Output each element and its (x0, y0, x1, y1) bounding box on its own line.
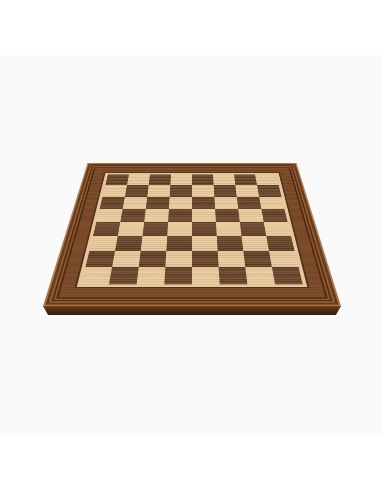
square-r4c4 (168, 209, 192, 222)
square-r2c2 (125, 185, 149, 196)
square-r6c6 (217, 236, 244, 251)
square-r1c4 (170, 175, 192, 186)
chess-board (43, 163, 341, 306)
square-r5c7 (240, 222, 266, 236)
square-r7c2 (112, 251, 141, 267)
square-r6c3 (141, 236, 168, 251)
square-r4c3 (144, 209, 169, 222)
square-r6c5 (192, 236, 218, 251)
square-r2c5 (192, 185, 214, 196)
square-r7c7 (243, 251, 272, 267)
square-r6c8 (266, 236, 294, 251)
square-r7c6 (218, 251, 246, 267)
square-r5c1 (93, 222, 120, 236)
square-r2c7 (235, 185, 259, 196)
square-r2c4 (170, 185, 192, 196)
square-r6c4 (166, 236, 192, 251)
square-r3c6 (214, 197, 238, 209)
square-r4c2 (120, 209, 145, 222)
square-r5c4 (167, 222, 192, 236)
square-r1c5 (192, 175, 214, 186)
square-r7c1 (85, 251, 115, 267)
square-r4c6 (215, 209, 240, 222)
square-r4c1 (96, 209, 122, 222)
square-r6c1 (89, 236, 117, 251)
square-r2c1 (103, 185, 127, 196)
board-side-edge (43, 306, 341, 315)
square-r2c8 (257, 185, 281, 196)
square-r8c5 (192, 267, 220, 284)
square-r3c1 (100, 197, 125, 209)
square-r5c5 (192, 222, 217, 236)
square-r4c8 (261, 209, 287, 222)
square-r3c3 (146, 197, 170, 209)
square-r1c2 (127, 175, 150, 186)
square-r1c8 (255, 175, 279, 186)
square-r7c3 (139, 251, 167, 267)
square-r1c3 (149, 175, 171, 186)
square-r5c8 (264, 222, 291, 236)
square-r6c7 (241, 236, 268, 251)
square-r1c1 (105, 175, 129, 186)
square-r7c4 (165, 251, 192, 267)
square-r1c6 (213, 175, 235, 186)
square-r5c6 (216, 222, 242, 236)
square-r8c4 (164, 267, 192, 284)
square-r5c3 (143, 222, 169, 236)
square-r2c6 (214, 185, 237, 196)
board-field (75, 172, 310, 288)
square-r3c2 (123, 197, 148, 209)
square-r8c1 (81, 267, 112, 284)
square-r3c4 (169, 197, 192, 209)
square-r4c7 (238, 209, 263, 222)
square-r3c7 (237, 197, 262, 209)
square-r7c5 (192, 251, 219, 267)
square-r6c2 (115, 236, 142, 251)
square-r8c6 (219, 267, 248, 284)
product-photo-scene (0, 0, 381, 492)
square-r8c7 (245, 267, 275, 284)
square-r4c5 (192, 209, 216, 222)
square-r2c3 (147, 185, 170, 196)
square-r8c8 (272, 267, 303, 284)
square-r3c8 (259, 197, 284, 209)
square-r5c2 (118, 222, 144, 236)
square-r8c3 (137, 267, 166, 284)
square-r7c8 (269, 251, 299, 267)
board-grid (81, 175, 303, 285)
square-r8c2 (109, 267, 139, 284)
square-r3c5 (192, 197, 215, 209)
board-frame (43, 163, 341, 306)
square-r1c7 (234, 175, 257, 186)
